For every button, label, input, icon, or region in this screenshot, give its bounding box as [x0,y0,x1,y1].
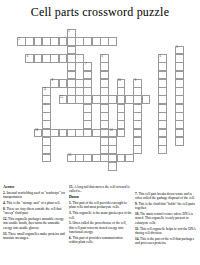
grid-cell[interactable] [108,162,117,171]
clue-number: 5 [160,55,161,58]
clues-header-across: Across [3,185,66,190]
clue-item: 1. This part of the cell provides streng… [69,201,132,209]
grid-cell[interactable] [133,145,142,154]
clues-section: Across2. Internal scaffolding used as "r… [3,185,198,247]
clue-item: 15. A long tail that moves the cell forw… [69,185,132,193]
clue-item-number: 4. [3,201,6,205]
grid-cell[interactable] [117,129,126,138]
clue-item-number: 7. [135,192,138,196]
clue-item-number: 2. [3,191,6,195]
grid-cell[interactable] [108,37,117,46]
clue-item-number: 11. [135,227,140,231]
clue-item: 9. This is the fluid that "holds" the ce… [135,202,198,210]
crossword-grid: 123465781091112131415 [17,29,187,173]
clue-number: 11 [43,88,46,91]
clue-item: 7. This cell part breaks down waste and … [135,192,198,200]
clue-item-number: 1. [69,201,72,205]
grid-cell[interactable] [125,154,134,163]
clue-item-number: 14. [135,237,140,241]
clue-item-number: 8. [3,207,6,211]
clue-item-number: 6. [69,236,72,240]
clue-column-down: 7. This cell part breaks down waste and … [135,185,198,247]
clue-item: 14. This is the part of the cell that pa… [135,237,198,245]
clue-number: 4 [27,55,28,58]
clue-item: 10. The main control center where DNA is… [135,212,198,225]
clue-item: 3. This organelle is the main gatekeeper… [69,211,132,219]
clue-column-middle: 15. A long tail that moves the cell forw… [69,185,132,247]
clue-number: 13 [35,129,38,132]
clue-number: 10 [118,79,121,82]
clue-number: 9 [135,79,136,82]
grid-cell[interactable] [142,95,151,104]
clue-item-number: 10. [135,212,140,216]
clue-item: 12. This organelle packages unusable ene… [3,217,66,230]
clue-item-number: 5. [69,221,72,225]
grid-cell[interactable] [175,137,184,146]
clue-item: 4. This is the "storage unit" of a plant… [3,201,66,205]
clue-item-number: 13. [3,232,8,236]
clue-item: 8. These are tiny fibers outside the cel… [3,207,66,215]
clue-number: 1 [68,30,69,33]
clue-item-number: 12. [3,217,8,221]
grid-cell[interactable] [42,154,51,163]
clue-number: 8 [52,79,53,82]
clue-item: 13. These small organelles make proteins… [3,232,66,240]
puzzle-title: Cell parts crossword puzzle [0,5,200,20]
clue-number: 2 [19,38,20,41]
clue-number: 6 [102,55,103,58]
clue-item: 2. Internal scaffolding used as "roadway… [3,191,66,199]
grid-cell[interactable] [158,145,167,154]
clue-column-across: Across2. Internal scaffolding used as "r… [3,185,66,247]
clue-item-number: 3. [69,211,72,215]
clues-header-down: Down [69,195,132,200]
clue-item: 5. Often called the powerhouse of the ce… [69,221,132,234]
clue-item: 6. This part of provides communication w… [69,236,132,244]
clue-number: 14 [110,129,113,132]
clue-number: 7 [85,63,86,66]
clue-number: 3 [176,46,177,49]
clue-number: 12 [60,96,63,99]
clue-item: 11. This cell organelle helps to sort th… [135,227,198,235]
clue-number: 15 [68,154,71,157]
clue-item-number: 15. [69,185,74,189]
clue-item-number: 9. [135,202,138,206]
